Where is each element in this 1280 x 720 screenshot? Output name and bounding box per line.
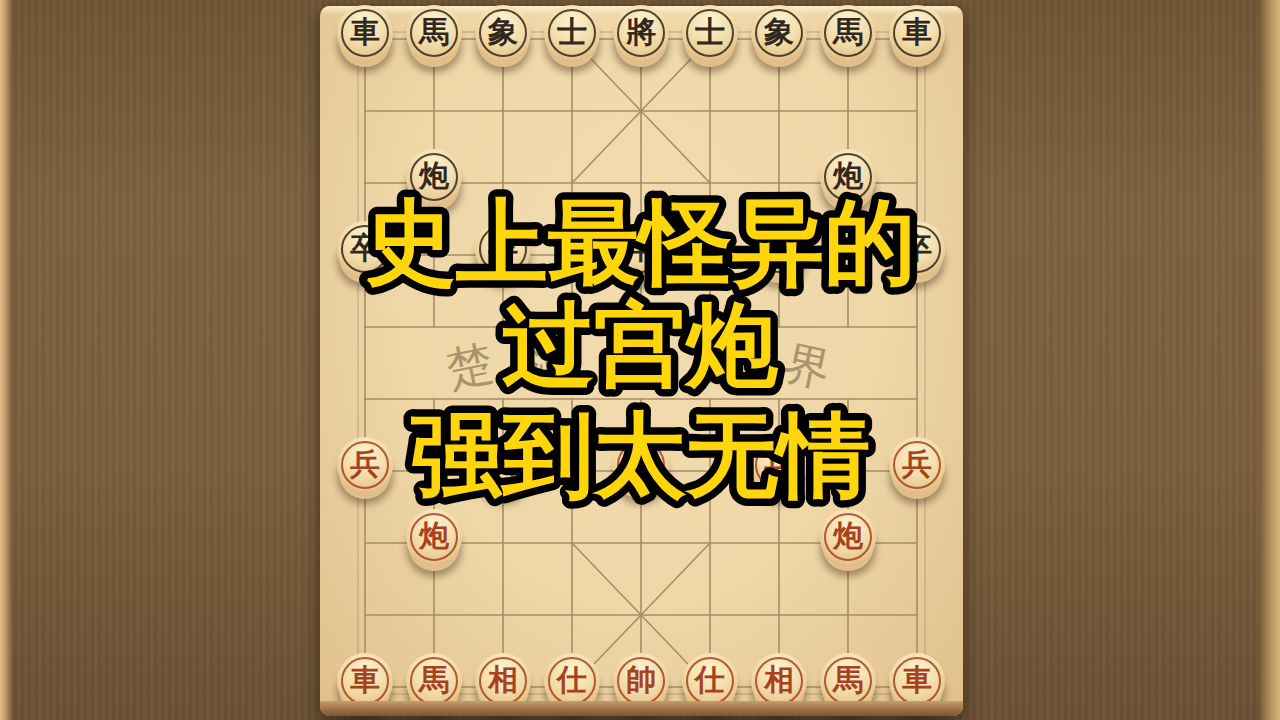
piece-glyph: 炮 (419, 521, 449, 551)
piece-glyph: 仕 (695, 665, 725, 695)
piece-black-general[interactable]: 將 (613, 5, 669, 61)
piece-glyph: 卒 (764, 233, 794, 263)
piece-black-soldier[interactable]: 卒 (475, 221, 531, 277)
board-bottom-edge (320, 701, 963, 716)
piece-glyph: 炮 (833, 521, 863, 551)
piece-glyph: 車 (902, 665, 932, 695)
piece-glyph: 炮 (833, 161, 863, 191)
piece-black-chariot[interactable]: 車 (337, 5, 393, 61)
piece-red-soldier[interactable]: 兵 (613, 437, 669, 493)
piece-black-soldier[interactable]: 卒 (613, 221, 669, 277)
piece-black-soldier[interactable]: 卒 (337, 221, 393, 277)
piece-black-horse[interactable]: 馬 (820, 5, 876, 61)
piece-black-cannon[interactable]: 炮 (406, 149, 462, 205)
piece-glyph: 馬 (833, 17, 863, 47)
piece-red-soldier[interactable]: 兵 (889, 437, 945, 493)
piece-red-soldier[interactable]: 兵 (751, 437, 807, 493)
piece-glyph: 象 (488, 17, 518, 47)
xiangqi-board[interactable]: 楚 河 漢 界 車馬象士將士象馬車炮炮卒卒卒卒卒兵兵兵兵兵炮炮車馬相仕帥仕相馬車 (320, 6, 963, 716)
piece-red-soldier[interactable]: 兵 (337, 437, 393, 493)
piece-red-cannon[interactable]: 炮 (406, 509, 462, 565)
piece-glyph: 象 (764, 17, 794, 47)
piece-glyph: 卒 (350, 233, 380, 263)
piece-glyph: 炮 (419, 161, 449, 191)
piece-glyph: 兵 (350, 449, 380, 479)
piece-glyph: 車 (350, 17, 380, 47)
piece-glyph: 將 (626, 17, 656, 47)
wood-edge-right (1260, 0, 1280, 720)
app-stage: 楚 河 漢 界 車馬象士將士象馬車炮炮卒卒卒卒卒兵兵兵兵兵炮炮車馬相仕帥仕相馬車… (0, 0, 1280, 720)
piece-glyph: 馬 (419, 17, 449, 47)
piece-glyph: 相 (488, 665, 518, 695)
piece-black-horse[interactable]: 馬 (406, 5, 462, 61)
piece-red-cannon[interactable]: 炮 (820, 509, 876, 565)
piece-black-soldier[interactable]: 卒 (889, 221, 945, 277)
piece-glyph: 卒 (626, 233, 656, 263)
piece-black-elephant[interactable]: 象 (751, 5, 807, 61)
piece-glyph: 馬 (833, 665, 863, 695)
piece-glyph: 兵 (902, 449, 932, 479)
piece-glyph: 卒 (488, 233, 518, 263)
piece-glyph: 相 (764, 665, 794, 695)
wood-edge-left (0, 0, 13, 720)
piece-black-advisor[interactable]: 士 (682, 5, 738, 61)
piece-glyph: 仕 (557, 665, 587, 695)
piece-black-cannon[interactable]: 炮 (820, 149, 876, 205)
piece-glyph: 帥 (626, 665, 656, 695)
piece-black-soldier[interactable]: 卒 (751, 221, 807, 277)
piece-glyph: 兵 (764, 449, 794, 479)
piece-black-advisor[interactable]: 士 (544, 5, 600, 61)
piece-glyph: 兵 (488, 449, 518, 479)
piece-black-chariot[interactable]: 車 (889, 5, 945, 61)
piece-glyph: 馬 (419, 665, 449, 695)
piece-glyph: 士 (695, 17, 725, 47)
piece-glyph: 卒 (902, 233, 932, 263)
piece-glyph: 兵 (626, 449, 656, 479)
piece-glyph: 車 (350, 665, 380, 695)
piece-glyph: 車 (902, 17, 932, 47)
piece-black-elephant[interactable]: 象 (475, 5, 531, 61)
pieces-layer: 車馬象士將士象馬車炮炮卒卒卒卒卒兵兵兵兵兵炮炮車馬相仕帥仕相馬車 (320, 6, 963, 716)
piece-red-soldier[interactable]: 兵 (475, 437, 531, 493)
piece-glyph: 士 (557, 17, 587, 47)
